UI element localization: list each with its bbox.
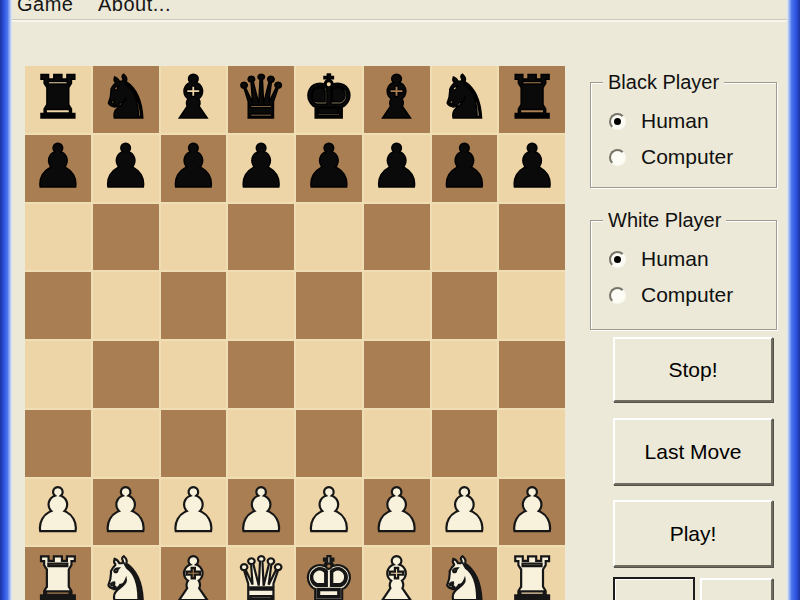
black-player-human-label: Human <box>641 109 709 133</box>
black-player-group-title: Black Player <box>603 71 724 94</box>
square-c7[interactable]: ♟ <box>161 135 227 202</box>
square-d5[interactable] <box>228 272 294 339</box>
square-c2[interactable]: ♟ <box>161 479 227 546</box>
white-player-human-radio[interactable] <box>609 251 626 268</box>
black-knight-piece: ♞ <box>437 67 491 127</box>
square-f3[interactable] <box>364 410 430 477</box>
square-d3[interactable] <box>228 410 294 477</box>
white-pawn-piece: ♟ <box>31 480 85 540</box>
black-rook-piece: ♜ <box>31 67 85 127</box>
black-pawn-piece: ♟ <box>505 136 559 196</box>
square-h4[interactable] <box>499 341 565 408</box>
square-g1[interactable]: ♞ <box>432 547 498 600</box>
square-b7[interactable]: ♟ <box>93 135 159 202</box>
square-d8[interactable]: ♛ <box>228 66 294 133</box>
white-pawn-piece: ♟ <box>302 480 356 540</box>
white-player-computer-radio[interactable] <box>609 287 626 304</box>
square-b1[interactable]: ♞ <box>93 547 159 600</box>
square-h8[interactable]: ♜ <box>499 66 565 133</box>
square-h1[interactable]: ♜ <box>499 547 565 600</box>
square-a3[interactable] <box>25 410 91 477</box>
square-e8[interactable]: ♚ <box>296 66 362 133</box>
white-player-groupbox: White Player Human Computer <box>590 220 777 330</box>
square-f4[interactable] <box>364 341 430 408</box>
square-f2[interactable]: ♟ <box>364 479 430 546</box>
square-f7[interactable]: ♟ <box>364 135 430 202</box>
black-bishop-piece: ♝ <box>370 67 424 127</box>
square-c5[interactable] <box>161 272 227 339</box>
window-border-right <box>787 0 800 600</box>
menu-item-game[interactable]: Game <box>17 0 73 16</box>
square-d2[interactable]: ♟ <box>228 479 294 546</box>
square-d6[interactable] <box>228 204 294 271</box>
black-pawn-piece: ♟ <box>302 136 356 196</box>
white-player-human-label: Human <box>641 247 709 271</box>
white-bishop-piece: ♝ <box>370 549 424 600</box>
white-player-human-option[interactable]: Human <box>609 247 776 271</box>
square-a6[interactable] <box>25 204 91 271</box>
square-b6[interactable] <box>93 204 159 271</box>
black-pawn-piece: ♟ <box>370 136 424 196</box>
black-pawn-piece: ♟ <box>31 136 85 196</box>
last-move-button[interactable]: Last Move <box>613 418 773 485</box>
black-pawn-piece: ♟ <box>99 136 153 196</box>
square-f8[interactable]: ♝ <box>364 66 430 133</box>
square-c3[interactable] <box>161 410 227 477</box>
square-h6[interactable] <box>499 204 565 271</box>
square-g3[interactable] <box>432 410 498 477</box>
black-queen-piece: ♛ <box>234 67 288 127</box>
square-f6[interactable] <box>364 204 430 271</box>
square-a7[interactable]: ♟ <box>25 135 91 202</box>
square-g6[interactable] <box>432 204 498 271</box>
white-bishop-piece: ♝ <box>166 549 220 600</box>
square-c8[interactable]: ♝ <box>161 66 227 133</box>
black-king-piece: ♚ <box>302 67 356 127</box>
black-pawn-piece: ♟ <box>234 136 288 196</box>
square-b2[interactable]: ♟ <box>93 479 159 546</box>
square-e6[interactable] <box>296 204 362 271</box>
square-g8[interactable]: ♞ <box>432 66 498 133</box>
square-d4[interactable] <box>228 341 294 408</box>
black-player-computer-label: Computer <box>641 145 733 169</box>
square-h2[interactable]: ♟ <box>499 479 565 546</box>
square-d7[interactable]: ♟ <box>228 135 294 202</box>
square-h7[interactable]: ♟ <box>499 135 565 202</box>
stop-button[interactable]: Stop! <box>613 337 773 402</box>
partial-bottom-right-button[interactable] <box>700 578 773 600</box>
white-player-computer-option[interactable]: Computer <box>609 283 776 307</box>
white-king-piece: ♚ <box>302 549 356 600</box>
white-rook-piece: ♜ <box>31 549 85 600</box>
square-g4[interactable] <box>432 341 498 408</box>
white-pawn-piece: ♟ <box>437 480 491 540</box>
white-knight-piece: ♞ <box>437 549 491 600</box>
black-player-human-radio[interactable] <box>609 113 626 130</box>
white-knight-piece: ♞ <box>99 549 153 600</box>
black-rook-piece: ♜ <box>505 67 559 127</box>
white-queen-piece: ♛ <box>234 549 288 600</box>
square-a1[interactable]: ♜ <box>25 547 91 600</box>
square-e4[interactable] <box>296 341 362 408</box>
square-f1[interactable]: ♝ <box>364 547 430 600</box>
menu-separator <box>12 19 787 22</box>
square-a5[interactable] <box>25 272 91 339</box>
square-c6[interactable] <box>161 204 227 271</box>
square-a2[interactable]: ♟ <box>25 479 91 546</box>
window-border-left <box>0 0 12 600</box>
black-pawn-piece: ♟ <box>166 136 220 196</box>
white-pawn-piece: ♟ <box>166 480 220 540</box>
square-c4[interactable] <box>161 341 227 408</box>
menu-item-about[interactable]: About... <box>98 0 171 16</box>
partial-bottom-left-button[interactable] <box>613 577 695 600</box>
square-h3[interactable] <box>499 410 565 477</box>
white-rook-piece: ♜ <box>505 549 559 600</box>
square-b4[interactable] <box>93 341 159 408</box>
square-h5[interactable] <box>499 272 565 339</box>
square-c1[interactable]: ♝ <box>161 547 227 600</box>
white-pawn-piece: ♟ <box>370 480 424 540</box>
square-g2[interactable]: ♟ <box>432 479 498 546</box>
white-player-group-title: White Player <box>603 209 726 232</box>
white-player-computer-label: Computer <box>641 283 733 307</box>
black-player-human-option[interactable]: Human <box>609 109 776 133</box>
square-e2[interactable]: ♟ <box>296 479 362 546</box>
black-player-groupbox: Black Player Human Computer <box>590 82 777 188</box>
square-e5[interactable] <box>296 272 362 339</box>
square-a8[interactable]: ♜ <box>25 66 91 133</box>
black-player-computer-radio[interactable] <box>609 149 626 166</box>
black-pawn-piece: ♟ <box>437 136 491 196</box>
square-b5[interactable] <box>93 272 159 339</box>
black-bishop-piece: ♝ <box>166 67 220 127</box>
square-e1[interactable]: ♚ <box>296 547 362 600</box>
black-knight-piece: ♞ <box>99 67 153 127</box>
square-e7[interactable]: ♟ <box>296 135 362 202</box>
white-pawn-piece: ♟ <box>99 480 153 540</box>
square-d1[interactable]: ♛ <box>228 547 294 600</box>
white-pawn-piece: ♟ <box>505 480 559 540</box>
square-f5[interactable] <box>364 272 430 339</box>
square-g7[interactable]: ♟ <box>432 135 498 202</box>
square-b3[interactable] <box>93 410 159 477</box>
square-e3[interactable] <box>296 410 362 477</box>
chess-app-window: Game About... ♜♞♝♛♚♝♞♜♟♟♟♟♟♟♟♟♟♟♟♟♟♟♟♟♜♞… <box>0 0 800 600</box>
black-player-computer-option[interactable]: Computer <box>609 145 776 169</box>
white-pawn-piece: ♟ <box>234 480 288 540</box>
square-b8[interactable]: ♞ <box>93 66 159 133</box>
chess-board: ♜♞♝♛♚♝♞♜♟♟♟♟♟♟♟♟♟♟♟♟♟♟♟♟♜♞♝♛♚♝♞♜ <box>25 66 565 600</box>
square-a4[interactable] <box>25 341 91 408</box>
play-button[interactable]: Play! <box>613 500 773 567</box>
square-g5[interactable] <box>432 272 498 339</box>
